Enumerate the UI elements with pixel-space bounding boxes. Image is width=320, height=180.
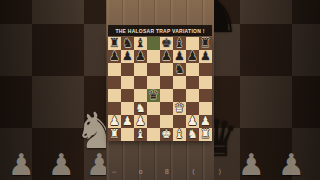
square-f6: ♞: [173, 63, 186, 76]
square-b2: ♟: [121, 115, 134, 128]
square-c6: [134, 63, 147, 76]
square-b6: [121, 63, 134, 76]
square-d2: [147, 115, 160, 128]
square-b1: [121, 128, 134, 141]
square-a5: [108, 76, 121, 89]
video-title: THE HALOSAR TRAP VARIATION !: [115, 28, 204, 34]
piece-black-pawn-c7: ♟: [135, 50, 146, 63]
square-b7: ♟: [121, 50, 134, 63]
square-d8: [147, 37, 160, 50]
square-e4: [160, 89, 173, 102]
table-marks: – o 8 ( ): [112, 168, 212, 176]
square-h7: ♟: [199, 50, 212, 63]
piece-white-knight-g1: ♞: [187, 128, 198, 141]
piece-white-bishop-c1: ♝: [135, 128, 146, 141]
piece-white-bishop-f1: ♝: [174, 128, 185, 141]
square-f1: ♝: [173, 128, 186, 141]
piece-black-pawn-b7: ♟: [122, 50, 133, 63]
square-d4: ♛: [147, 89, 160, 102]
piece-black-pawn-g7: ♟: [187, 50, 198, 63]
square-c1: ♝: [134, 128, 147, 141]
piece-black-pawn-h7: ♟: [200, 50, 211, 63]
piece-white-rook-h1: ♜: [200, 128, 211, 141]
square-a7: ♟: [108, 50, 121, 63]
square-e5: [160, 76, 173, 89]
square-h5: [199, 76, 212, 89]
square-f3: ♛: [173, 102, 186, 115]
piece-white-rook-a1: ♜: [109, 128, 120, 141]
square-a6: [108, 63, 121, 76]
square-d6: [147, 63, 160, 76]
square-h6: [199, 63, 212, 76]
square-d1: [147, 128, 160, 141]
square-c7: ♟: [134, 50, 147, 63]
square-h4: [199, 89, 212, 102]
square-h1: ♜: [199, 128, 212, 141]
piece-black-queen-d4: ♛: [148, 89, 159, 102]
square-g7: ♟: [186, 50, 199, 63]
square-c5: [134, 76, 147, 89]
chess-board: ♜♞♝♚♝♜♟♟♟♟♟♟♟♞♛♞♛♟♟♟♟♟♜♝♚♝♞♜: [108, 37, 212, 141]
square-g5: [186, 76, 199, 89]
square-f5: [173, 76, 186, 89]
square-g6: [186, 63, 199, 76]
square-b4: [121, 89, 134, 102]
video-frame: ♞ ♞ ♛ ♟ ♟ ♟ ♟ ♟ THE HALOSAR TRAP VARIATI…: [0, 0, 320, 180]
piece-white-queen-f3: ♛: [174, 102, 185, 115]
square-e6: [160, 63, 173, 76]
square-g1: ♞: [186, 128, 199, 141]
square-d3: [147, 102, 160, 115]
square-a1: ♜: [108, 128, 121, 141]
square-e3: [160, 102, 173, 115]
piece-black-pawn-a7: ♟: [109, 50, 120, 63]
square-g4: [186, 89, 199, 102]
square-d7: [147, 50, 160, 63]
piece-black-pawn-e7: ♟: [161, 50, 172, 63]
square-a4: [108, 89, 121, 102]
piece-white-king-e1: ♚: [161, 128, 172, 141]
square-e7: ♟: [160, 50, 173, 63]
piece-black-knight-f6: ♞: [174, 63, 185, 76]
title-bar: THE HALOSAR TRAP VARIATION !: [108, 25, 212, 36]
piece-white-pawn-b2: ♟: [122, 115, 133, 128]
square-e1: ♚: [160, 128, 173, 141]
square-b5: [121, 76, 134, 89]
